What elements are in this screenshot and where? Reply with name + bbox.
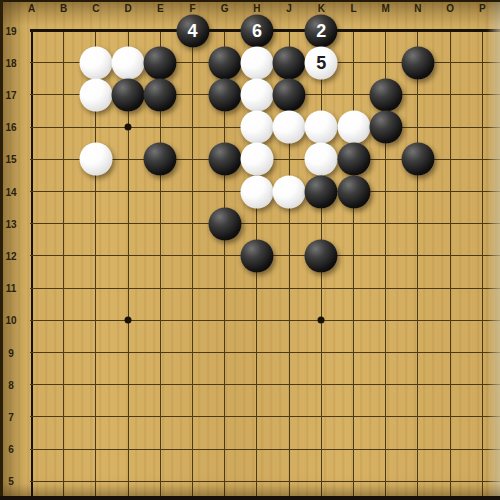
black-stone-J18	[273, 46, 306, 79]
black-stone-E17	[144, 78, 177, 111]
black-stone-K19: 2	[305, 14, 338, 47]
white-stone-H18	[240, 46, 273, 79]
goban[interactable]: ABCDEFGHJKLMNOP1918171615141312111098765…	[0, 0, 500, 500]
black-stone-D17	[112, 78, 145, 111]
black-stone-F19: 4	[176, 14, 209, 47]
black-stone-L15	[337, 143, 370, 176]
black-stone-N18	[401, 46, 434, 79]
white-stone-H14	[240, 175, 273, 208]
black-stone-J17	[273, 78, 306, 111]
stones: 4625	[0, 0, 500, 500]
black-stone-H19: 6	[240, 14, 273, 47]
black-stone-H12	[240, 239, 273, 272]
white-stone-H16	[240, 111, 273, 144]
go-board-screenshot: ABCDEFGHJKLMNOP1918171615141312111098765…	[0, 0, 500, 500]
white-stone-C17	[79, 78, 112, 111]
black-stone-M17	[369, 78, 402, 111]
white-stone-L16	[337, 111, 370, 144]
black-stone-G15	[208, 143, 241, 176]
white-stone-K16	[305, 111, 338, 144]
black-stone-E18	[144, 46, 177, 79]
black-stone-E15	[144, 143, 177, 176]
white-stone-K18: 5	[305, 46, 338, 79]
white-stone-C15	[79, 143, 112, 176]
black-stone-G13	[208, 207, 241, 240]
black-stone-M16	[369, 111, 402, 144]
black-stone-K12	[305, 239, 338, 272]
white-stone-J16	[273, 111, 306, 144]
black-stone-N15	[401, 143, 434, 176]
black-stone-G17	[208, 78, 241, 111]
white-stone-H15	[240, 143, 273, 176]
black-stone-K14	[305, 175, 338, 208]
white-stone-J14	[273, 175, 306, 208]
black-stone-L14	[337, 175, 370, 208]
black-stone-G18	[208, 46, 241, 79]
white-stone-K15	[305, 143, 338, 176]
white-stone-C18	[79, 46, 112, 79]
white-stone-D18	[112, 46, 145, 79]
white-stone-H17	[240, 78, 273, 111]
